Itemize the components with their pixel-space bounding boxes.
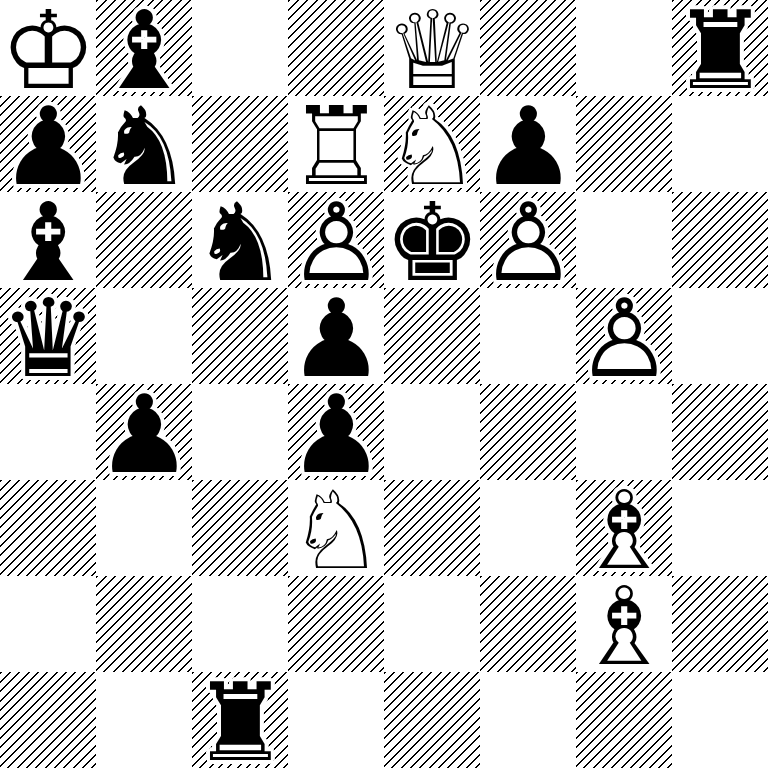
square-a2[interactable]: [0, 576, 96, 672]
square-h5[interactable]: [672, 288, 768, 384]
white-pawn-outline-glyph: ♙: [576, 291, 673, 387]
white-queen-e8[interactable]: ♛♕: [384, 0, 480, 96]
white-pawn-g5[interactable]: ♟♙: [576, 288, 672, 384]
white-pawn-d6[interactable]: ♟♙: [288, 192, 384, 288]
white-bishop-g3[interactable]: ♝♗: [576, 480, 672, 576]
square-c1[interactable]: ♜: [192, 672, 288, 768]
square-a1[interactable]: [0, 672, 96, 768]
square-h4[interactable]: [672, 384, 768, 480]
square-h1[interactable]: [672, 672, 768, 768]
square-c2[interactable]: [192, 576, 288, 672]
square-f6[interactable]: ♟♙: [480, 192, 576, 288]
square-h3[interactable]: [672, 480, 768, 576]
square-f7[interactable]: ♟: [480, 96, 576, 192]
white-knight-e7[interactable]: ♞♘: [384, 96, 480, 192]
black-bishop-b8[interactable]: ♝: [96, 0, 192, 96]
white-bishop-g2[interactable]: ♝♗: [576, 576, 672, 672]
white-pawn-f6[interactable]: ♟♙: [480, 192, 576, 288]
black-bishop-a6[interactable]: ♝: [0, 192, 96, 288]
square-d5[interactable]: ♟: [288, 288, 384, 384]
square-f1[interactable]: [480, 672, 576, 768]
square-d6[interactable]: ♟♙: [288, 192, 384, 288]
square-f3[interactable]: [480, 480, 576, 576]
square-e6[interactable]: ♚: [384, 192, 480, 288]
square-f8[interactable]: [480, 0, 576, 96]
black-king-e6[interactable]: ♚: [384, 192, 480, 288]
black-queen-silhouette-glyph: ♛: [0, 291, 97, 387]
black-knight-silhouette-glyph: ♞: [192, 195, 289, 291]
square-c7[interactable]: [192, 96, 288, 192]
square-g3[interactable]: ♝♗: [576, 480, 672, 576]
black-rook-c1[interactable]: ♜: [192, 672, 288, 768]
black-pawn-d5[interactable]: ♟: [288, 288, 384, 384]
black-rook-silhouette-glyph: ♜: [672, 3, 768, 99]
black-pawn-f7[interactable]: ♟: [480, 96, 576, 192]
black-knight-c6[interactable]: ♞: [192, 192, 288, 288]
square-e4[interactable]: [384, 384, 480, 480]
white-rook-d7[interactable]: ♜♖: [288, 96, 384, 192]
square-c6[interactable]: ♞: [192, 192, 288, 288]
square-b1[interactable]: [96, 672, 192, 768]
square-b4[interactable]: ♟: [96, 384, 192, 480]
square-e8[interactable]: ♛♕: [384, 0, 480, 96]
square-h6[interactable]: [672, 192, 768, 288]
square-e7[interactable]: ♞♘: [384, 96, 480, 192]
square-g6[interactable]: [576, 192, 672, 288]
chess-board: ♚♔♝♛♕♜♟♞♜♖♞♘♟♝♞♟♙♚♟♙♛♟♟♙♟♟♞♘♝♗♝♗♜: [0, 0, 768, 768]
black-knight-b7[interactable]: ♞: [96, 96, 192, 192]
square-f2[interactable]: [480, 576, 576, 672]
white-knight-d3[interactable]: ♞♘: [288, 480, 384, 576]
square-c4[interactable]: [192, 384, 288, 480]
square-b8[interactable]: ♝: [96, 0, 192, 96]
square-f4[interactable]: [480, 384, 576, 480]
square-g5[interactable]: ♟♙: [576, 288, 672, 384]
white-bishop-outline-glyph: ♗: [576, 579, 673, 675]
black-pawn-b4[interactable]: ♟: [96, 384, 192, 480]
square-a5[interactable]: ♛: [0, 288, 96, 384]
square-h2[interactable]: [672, 576, 768, 672]
black-rook-h8[interactable]: ♜: [672, 0, 768, 96]
square-e1[interactable]: [384, 672, 480, 768]
square-g7[interactable]: [576, 96, 672, 192]
black-pawn-d4[interactable]: ♟: [288, 384, 384, 480]
square-e3[interactable]: [384, 480, 480, 576]
square-h8[interactable]: ♜: [672, 0, 768, 96]
square-d3[interactable]: ♞♘: [288, 480, 384, 576]
black-pawn-silhouette-glyph: ♟: [96, 387, 193, 483]
square-a6[interactable]: ♝: [0, 192, 96, 288]
square-d7[interactable]: ♜♖: [288, 96, 384, 192]
square-a8[interactable]: ♚♔: [0, 0, 96, 96]
square-b5[interactable]: [96, 288, 192, 384]
white-king-a8[interactable]: ♚♔: [0, 0, 96, 96]
square-g2[interactable]: ♝♗: [576, 576, 672, 672]
square-e2[interactable]: [384, 576, 480, 672]
black-king-silhouette-glyph: ♚: [384, 195, 481, 291]
black-pawn-a7[interactable]: ♟: [0, 96, 96, 192]
square-b7[interactable]: ♞: [96, 96, 192, 192]
square-b2[interactable]: [96, 576, 192, 672]
square-d8[interactable]: [288, 0, 384, 96]
black-knight-silhouette-glyph: ♞: [96, 99, 193, 195]
square-c8[interactable]: [192, 0, 288, 96]
white-pawn-outline-glyph: ♙: [480, 195, 577, 291]
square-g8[interactable]: [576, 0, 672, 96]
square-c3[interactable]: [192, 480, 288, 576]
black-rook-silhouette-glyph: ♜: [192, 675, 289, 768]
square-a7[interactable]: ♟: [0, 96, 96, 192]
square-d1[interactable]: [288, 672, 384, 768]
white-knight-outline-glyph: ♘: [288, 483, 385, 579]
black-queen-a5[interactable]: ♛: [0, 288, 96, 384]
square-a3[interactable]: [0, 480, 96, 576]
square-d4[interactable]: ♟: [288, 384, 384, 480]
